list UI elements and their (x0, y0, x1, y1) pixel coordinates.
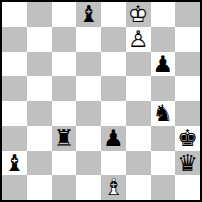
square-b2[interactable] (27, 151, 52, 176)
square-g3[interactable] (151, 126, 176, 151)
white-bishop-e1[interactable]: ♝♗ (101, 175, 126, 200)
square-d6[interactable] (76, 52, 101, 77)
square-d1[interactable] (76, 175, 101, 200)
square-f7[interactable]: ♟♙ (126, 27, 151, 52)
square-e2[interactable] (101, 151, 126, 176)
square-g7[interactable] (151, 27, 176, 52)
square-h1[interactable] (175, 175, 200, 200)
square-a1[interactable] (2, 175, 27, 200)
square-b8[interactable] (27, 2, 52, 27)
square-h7[interactable] (175, 27, 200, 52)
square-a6[interactable] (2, 52, 27, 77)
square-a4[interactable] (2, 101, 27, 126)
square-a8[interactable] (2, 2, 27, 27)
black-bishop-icon: ♝ (2, 151, 27, 176)
square-c3[interactable]: ♜ (52, 126, 77, 151)
black-knight-icon: ♞ (151, 101, 176, 126)
square-h6[interactable] (175, 52, 200, 77)
square-b5[interactable] (27, 76, 52, 101)
square-c2[interactable] (52, 151, 77, 176)
square-h2[interactable]: ♛ (175, 151, 200, 176)
black-king-icon: ♚ (175, 126, 200, 151)
square-c1[interactable] (52, 175, 77, 200)
black-pawn-icon: ♟ (151, 52, 176, 77)
square-g1[interactable] (151, 175, 176, 200)
square-g2[interactable] (151, 151, 176, 176)
square-e6[interactable] (101, 52, 126, 77)
white-bishop-icon: ♗ (101, 175, 126, 200)
square-e3[interactable]: ♟ (101, 126, 126, 151)
black-pawn-icon: ♟ (101, 126, 126, 151)
square-e4[interactable] (101, 101, 126, 126)
black-queen-h2[interactable]: ♛ (175, 151, 200, 176)
white-king-icon: ♔ (126, 2, 151, 27)
square-f5[interactable] (126, 76, 151, 101)
square-g4[interactable]: ♞ (151, 101, 176, 126)
square-b3[interactable] (27, 126, 52, 151)
black-pawn-e3[interactable]: ♟ (101, 126, 126, 151)
square-e8[interactable] (101, 2, 126, 27)
black-knight-g4[interactable]: ♞ (151, 101, 176, 126)
white-pawn-fill-glyph: ♟ (126, 27, 151, 52)
square-f1[interactable] (126, 175, 151, 200)
white-pawn-icon: ♙ (126, 27, 151, 52)
square-d4[interactable] (76, 101, 101, 126)
square-c8[interactable] (52, 2, 77, 27)
white-bishop-fill-glyph: ♝ (101, 175, 126, 200)
square-b4[interactable] (27, 101, 52, 126)
white-pawn-f7[interactable]: ♟♙ (126, 27, 151, 52)
square-f3[interactable] (126, 126, 151, 151)
white-king-f8[interactable]: ♚♔ (126, 2, 151, 27)
square-b1[interactable] (27, 175, 52, 200)
black-rook-c3[interactable]: ♜ (52, 126, 77, 151)
square-f6[interactable] (126, 52, 151, 77)
black-bishop-a2[interactable]: ♝ (2, 151, 27, 176)
square-d7[interactable] (76, 27, 101, 52)
black-rook-icon: ♜ (52, 126, 77, 151)
square-h4[interactable] (175, 101, 200, 126)
square-d8[interactable]: ♝ (76, 2, 101, 27)
square-d5[interactable] (76, 76, 101, 101)
square-c4[interactable] (52, 101, 77, 126)
square-e5[interactable] (101, 76, 126, 101)
square-f2[interactable] (126, 151, 151, 176)
square-a3[interactable] (2, 126, 27, 151)
square-d3[interactable] (76, 126, 101, 151)
square-a5[interactable] (2, 76, 27, 101)
black-king-h3[interactable]: ♚ (175, 126, 200, 151)
square-h5[interactable] (175, 76, 200, 101)
white-king-fill-glyph: ♚ (126, 2, 151, 27)
black-queen-icon: ♛ (175, 151, 200, 176)
square-b7[interactable] (27, 27, 52, 52)
chess-board: ♝♚♔♟♙♟♞♜♟♚♝♛♝♗ (0, 0, 202, 202)
square-g6[interactable]: ♟ (151, 52, 176, 77)
black-pawn-g6[interactable]: ♟ (151, 52, 176, 77)
square-c6[interactable] (52, 52, 77, 77)
square-a7[interactable] (2, 27, 27, 52)
square-g8[interactable] (151, 2, 176, 27)
square-c5[interactable] (52, 76, 77, 101)
square-f4[interactable] (126, 101, 151, 126)
square-b6[interactable] (27, 52, 52, 77)
square-h8[interactable] (175, 2, 200, 27)
square-a2[interactable]: ♝ (2, 151, 27, 176)
square-e1[interactable]: ♝♗ (101, 175, 126, 200)
square-e7[interactable] (101, 27, 126, 52)
square-f8[interactable]: ♚♔ (126, 2, 151, 27)
square-h3[interactable]: ♚ (175, 126, 200, 151)
black-bishop-d8[interactable]: ♝ (76, 2, 101, 27)
chess-diagram: ♝♚♔♟♙♟♞♜♟♚♝♛♝♗ (0, 0, 202, 202)
square-d2[interactable] (76, 151, 101, 176)
square-g5[interactable] (151, 76, 176, 101)
black-bishop-icon: ♝ (76, 2, 101, 27)
square-c7[interactable] (52, 27, 77, 52)
